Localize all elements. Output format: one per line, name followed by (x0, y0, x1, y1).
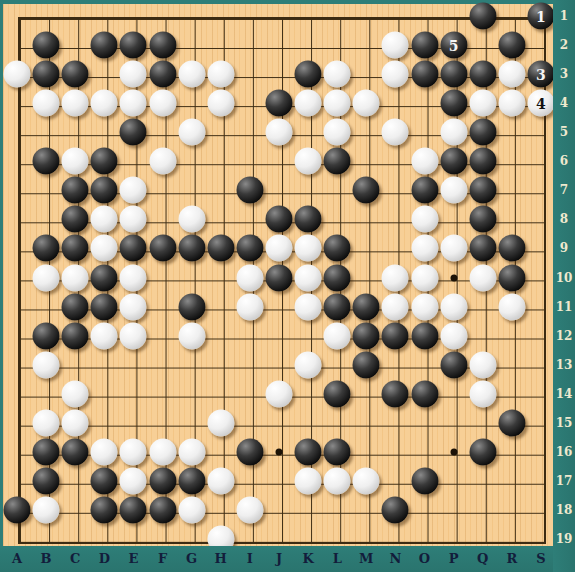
white-stone-E4[interactable] (120, 90, 147, 117)
black-stone-I7[interactable] (236, 177, 263, 204)
white-stone-B18[interactable] (33, 497, 60, 524)
white-stone-B10[interactable] (33, 264, 60, 291)
column-label-F: F (158, 551, 167, 566)
black-stone-C9[interactable] (62, 235, 89, 262)
black-stone-C11[interactable] (62, 293, 89, 320)
row-label-17: 17 (556, 474, 573, 488)
white-stone-E3[interactable] (120, 61, 147, 88)
row-label-11: 11 (556, 300, 573, 314)
black-stone-B17[interactable] (33, 467, 60, 494)
black-stone-D17[interactable] (91, 467, 118, 494)
black-stone-R9[interactable] (498, 235, 525, 262)
white-stone-N5[interactable] (382, 119, 409, 146)
white-stone-L5[interactable] (324, 119, 351, 146)
white-stone-O11[interactable] (411, 293, 438, 320)
black-stone-P4[interactable] (440, 90, 467, 117)
black-stone-B2[interactable] (33, 32, 60, 59)
row-label-6: 6 (560, 154, 568, 168)
black-stone-Q7[interactable] (469, 177, 496, 204)
white-stone-E17[interactable] (120, 467, 147, 494)
white-stone-B15[interactable] (33, 409, 60, 436)
black-stone-K8[interactable] (295, 206, 322, 233)
black-stone-E18[interactable] (120, 497, 147, 524)
column-label-N: N (389, 551, 401, 566)
black-stone-B9[interactable] (33, 235, 60, 262)
black-stone-P6[interactable] (440, 148, 467, 175)
black-stone-J4[interactable] (265, 90, 292, 117)
white-stone-N2[interactable] (382, 32, 409, 59)
white-stone-E11[interactable] (120, 293, 147, 320)
black-stone-Q16[interactable] (469, 438, 496, 465)
white-stone-C15[interactable] (62, 409, 89, 436)
black-stone-S1[interactable]: 1 (527, 3, 554, 30)
column-label-J: J (276, 551, 282, 566)
white-stone-N3[interactable] (382, 61, 409, 88)
black-stone-E2[interactable] (120, 32, 147, 59)
black-stone-G11[interactable] (178, 293, 205, 320)
white-stone-C14[interactable] (62, 380, 89, 407)
black-stone-B3[interactable] (33, 61, 60, 88)
white-stone-N11[interactable] (382, 293, 409, 320)
black-stone-N18[interactable] (382, 497, 409, 524)
row-label-19: 19 (556, 532, 573, 546)
white-stone-R11[interactable] (498, 293, 525, 320)
black-stone-E5[interactable] (120, 119, 147, 146)
white-stone-J14[interactable] (265, 380, 292, 407)
row-label-18: 18 (556, 503, 573, 517)
white-stone-P9[interactable] (440, 235, 467, 262)
black-stone-F17[interactable] (149, 467, 176, 494)
column-label-E: E (128, 551, 138, 566)
row-label-15: 15 (556, 416, 573, 430)
white-stone-Q14[interactable] (469, 380, 496, 407)
column-label-O: O (419, 551, 430, 566)
row-label-13: 13 (556, 358, 573, 372)
white-stone-G3[interactable] (178, 61, 205, 88)
black-stone-M12[interactable] (353, 322, 380, 349)
black-stone-O7[interactable] (411, 177, 438, 204)
white-stone-E7[interactable] (120, 177, 147, 204)
white-stone-E12[interactable] (120, 322, 147, 349)
column-labels-strip: ABCDEFGHIJKLMNOPQRS (0, 546, 575, 572)
black-stone-D18[interactable] (91, 497, 118, 524)
black-stone-M11[interactable] (353, 293, 380, 320)
black-stone-N14[interactable] (382, 380, 409, 407)
white-stone-D12[interactable] (91, 322, 118, 349)
black-stone-Q9[interactable] (469, 235, 496, 262)
black-stone-C16[interactable] (62, 438, 89, 465)
black-stone-F3[interactable] (149, 61, 176, 88)
white-stone-P7[interactable] (440, 177, 467, 204)
black-stone-B6[interactable] (33, 148, 60, 175)
row-label-10: 10 (556, 271, 573, 285)
column-label-H: H (215, 551, 227, 566)
white-stone-Q4[interactable] (469, 90, 496, 117)
black-stone-P2[interactable]: 5 (440, 32, 467, 59)
star-point (450, 274, 457, 281)
white-stone-K13[interactable] (295, 351, 322, 378)
black-stone-D11[interactable] (91, 293, 118, 320)
row-label-5: 5 (560, 125, 568, 139)
white-stone-E16[interactable] (120, 438, 147, 465)
row-label-8: 8 (560, 212, 568, 226)
black-stone-Q8[interactable] (469, 206, 496, 233)
column-label-K: K (302, 551, 313, 566)
row-label-1: 1 (560, 9, 568, 23)
white-stone-K4[interactable] (295, 90, 322, 117)
column-label-A: A (12, 551, 22, 566)
white-stone-D4[interactable] (91, 90, 118, 117)
row-label-14: 14 (556, 387, 573, 401)
black-stone-A18[interactable] (4, 497, 31, 524)
go-app-window: { "game": "go", "board": { "size": 19, "… (0, 0, 575, 572)
white-stone-J5[interactable] (265, 119, 292, 146)
white-stone-I18[interactable] (236, 497, 263, 524)
white-stone-O6[interactable] (411, 148, 438, 175)
star-point (450, 448, 457, 455)
black-stone-C12[interactable] (62, 322, 89, 349)
black-stone-L16[interactable] (324, 438, 351, 465)
black-stone-G17[interactable] (178, 467, 205, 494)
white-stone-G12[interactable] (178, 322, 205, 349)
white-stone-E10[interactable] (120, 264, 147, 291)
black-stone-F9[interactable] (149, 235, 176, 262)
white-stone-R3[interactable] (498, 61, 525, 88)
black-stone-D10[interactable] (91, 264, 118, 291)
black-stone-M7[interactable] (353, 177, 380, 204)
black-stone-L11[interactable] (324, 293, 351, 320)
black-stone-L10[interactable] (324, 264, 351, 291)
black-stone-O17[interactable] (411, 467, 438, 494)
white-stone-Q10[interactable] (469, 264, 496, 291)
black-stone-C8[interactable] (62, 206, 89, 233)
white-stone-L3[interactable] (324, 61, 351, 88)
white-stone-K17[interactable] (295, 467, 322, 494)
row-label-16: 16 (556, 445, 573, 459)
black-stone-L6[interactable] (324, 148, 351, 175)
move-number: 1 (536, 9, 546, 23)
black-stone-K16[interactable] (295, 438, 322, 465)
white-stone-E8[interactable] (120, 206, 147, 233)
white-stone-F16[interactable] (149, 438, 176, 465)
black-stone-I16[interactable] (236, 438, 263, 465)
black-stone-R15[interactable] (498, 409, 525, 436)
column-label-M: M (359, 551, 373, 566)
white-stone-P11[interactable] (440, 293, 467, 320)
white-stone-K11[interactable] (295, 293, 322, 320)
black-stone-J8[interactable] (265, 206, 292, 233)
white-stone-O8[interactable] (411, 206, 438, 233)
white-stone-G18[interactable] (178, 497, 205, 524)
white-stone-M4[interactable] (353, 90, 380, 117)
white-stone-D16[interactable] (91, 438, 118, 465)
white-stone-K10[interactable] (295, 264, 322, 291)
white-stone-M17[interactable] (353, 467, 380, 494)
white-stone-S4[interactable]: 4 (527, 90, 554, 117)
black-stone-L14[interactable] (324, 380, 351, 407)
white-stone-F4[interactable] (149, 90, 176, 117)
black-stone-O2[interactable] (411, 32, 438, 59)
black-stone-C7[interactable] (62, 177, 89, 204)
black-stone-O12[interactable] (411, 322, 438, 349)
column-label-D: D (99, 551, 110, 566)
white-stone-C6[interactable] (62, 148, 89, 175)
column-label-P: P (449, 551, 459, 566)
black-stone-S3[interactable]: 3 (527, 61, 554, 88)
white-stone-F6[interactable] (149, 148, 176, 175)
white-stone-D9[interactable] (91, 235, 118, 262)
black-stone-G9[interactable] (178, 235, 205, 262)
white-stone-G5[interactable] (178, 119, 205, 146)
black-stone-O14[interactable] (411, 380, 438, 407)
white-stone-C10[interactable] (62, 264, 89, 291)
move-number: 3 (536, 67, 546, 81)
white-stone-G8[interactable] (178, 206, 205, 233)
column-label-C: C (70, 551, 80, 566)
white-stone-L17[interactable] (324, 467, 351, 494)
column-label-Q: Q (477, 551, 488, 566)
black-stone-O3[interactable] (411, 61, 438, 88)
black-stone-R2[interactable] (498, 32, 525, 59)
white-stone-K6[interactable] (295, 148, 322, 175)
column-label-G: G (186, 551, 197, 566)
white-stone-P12[interactable] (440, 322, 467, 349)
star-point (275, 448, 282, 455)
black-stone-Q6[interactable] (469, 148, 496, 175)
black-stone-C3[interactable] (62, 61, 89, 88)
white-stone-L4[interactable] (324, 90, 351, 117)
white-stone-B13[interactable] (33, 351, 60, 378)
black-stone-R10[interactable] (498, 264, 525, 291)
column-label-R: R (506, 551, 517, 566)
white-stone-J9[interactable] (265, 235, 292, 262)
column-label-B: B (41, 551, 52, 566)
white-stone-L12[interactable] (324, 322, 351, 349)
row-label-9: 9 (560, 241, 568, 255)
white-stone-P5[interactable] (440, 119, 467, 146)
white-stone-A3[interactable] (4, 61, 31, 88)
white-stone-C4[interactable] (62, 90, 89, 117)
row-label-12: 12 (556, 329, 573, 343)
white-stone-B4[interactable] (33, 90, 60, 117)
white-stone-H15[interactable] (207, 409, 234, 436)
white-stone-H17[interactable] (207, 467, 234, 494)
black-stone-D6[interactable] (91, 148, 118, 175)
white-stone-G16[interactable] (178, 438, 205, 465)
white-stone-I10[interactable] (236, 264, 263, 291)
move-number: 4 (536, 96, 546, 110)
black-stone-Q5[interactable] (469, 119, 496, 146)
white-stone-Q13[interactable] (469, 351, 496, 378)
white-stone-R4[interactable] (498, 90, 525, 117)
black-stone-M13[interactable] (353, 351, 380, 378)
column-label-L: L (333, 551, 342, 566)
row-label-3: 3 (560, 67, 568, 81)
black-stone-Q3[interactable] (469, 61, 496, 88)
black-stone-B12[interactable] (33, 322, 60, 349)
black-stone-E9[interactable] (120, 235, 147, 262)
black-stone-F2[interactable] (149, 32, 176, 59)
black-stone-F18[interactable] (149, 497, 176, 524)
row-label-7: 7 (560, 183, 568, 197)
white-stone-N10[interactable] (382, 264, 409, 291)
white-stone-D8[interactable] (91, 206, 118, 233)
white-stone-O9[interactable] (411, 235, 438, 262)
white-stone-K9[interactable] (295, 235, 322, 262)
black-stone-N12[interactable] (382, 322, 409, 349)
white-stone-O10[interactable] (411, 264, 438, 291)
move-number: 5 (449, 38, 459, 52)
white-stone-I11[interactable] (236, 293, 263, 320)
black-stone-D7[interactable] (91, 177, 118, 204)
white-stone-H4[interactable] (207, 90, 234, 117)
column-label-S: S (536, 551, 545, 566)
column-label-I: I (247, 551, 253, 566)
white-stone-H3[interactable] (207, 61, 234, 88)
row-labels-strip: 12345678910111213141516171819 (553, 0, 575, 572)
black-stone-Q1[interactable] (469, 3, 496, 30)
black-stone-P3[interactable] (440, 61, 467, 88)
black-stone-P13[interactable] (440, 351, 467, 378)
black-stone-H9[interactable] (207, 235, 234, 262)
black-stone-D2[interactable] (91, 32, 118, 59)
black-stone-L9[interactable] (324, 235, 351, 262)
black-stone-J10[interactable] (265, 264, 292, 291)
black-stone-B16[interactable] (33, 438, 60, 465)
row-label-2: 2 (560, 38, 568, 52)
black-stone-K3[interactable] (295, 61, 322, 88)
row-label-4: 4 (560, 96, 568, 110)
black-stone-I9[interactable] (236, 235, 263, 262)
